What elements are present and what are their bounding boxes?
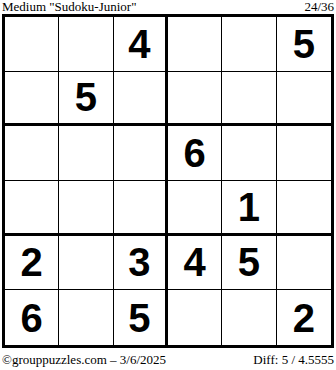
cell-r6c6[interactable]: 2 xyxy=(277,290,331,345)
cell-r4c4[interactable] xyxy=(168,181,222,236)
cell-r6c2[interactable] xyxy=(59,290,113,345)
difficulty-text: Diff: 5 / 4.5555 xyxy=(253,353,334,366)
cell-r1c4[interactable] xyxy=(168,17,222,72)
cell-r1c1[interactable] xyxy=(5,17,59,72)
cell-r3c6[interactable] xyxy=(277,126,331,181)
cell-r3c1[interactable] xyxy=(5,126,59,181)
cell-r1c2[interactable] xyxy=(59,17,113,72)
cell-r6c4[interactable] xyxy=(168,290,222,345)
cell-r2c1[interactable] xyxy=(5,72,59,127)
cell-r3c4[interactable]: 6 xyxy=(168,126,222,181)
puzzle-title: Medium "Sudoku-Junior" xyxy=(2,0,136,13)
cell-r1c3[interactable]: 4 xyxy=(114,17,168,72)
empty-cell-counter: 24/36 xyxy=(304,0,334,13)
cell-r5c2[interactable] xyxy=(59,236,113,291)
cell-r2c3[interactable] xyxy=(114,72,168,127)
cell-r2c4[interactable] xyxy=(168,72,222,127)
cell-r3c2[interactable] xyxy=(59,126,113,181)
cell-r2c6[interactable] xyxy=(277,72,331,127)
cell-r4c5[interactable]: 1 xyxy=(222,181,276,236)
cell-r4c3[interactable] xyxy=(114,181,168,236)
cell-r6c5[interactable] xyxy=(222,290,276,345)
cell-r2c5[interactable] xyxy=(222,72,276,127)
cell-r3c3[interactable] xyxy=(114,126,168,181)
cell-r5c6[interactable] xyxy=(277,236,331,291)
cell-r1c5[interactable] xyxy=(222,17,276,72)
cell-r5c3[interactable]: 3 xyxy=(114,236,168,291)
sudoku-grid: 455612345652 xyxy=(2,14,334,348)
cell-r4c2[interactable] xyxy=(59,181,113,236)
copyright-text: ©grouppuzzles.com – 3/6/2025 xyxy=(2,353,166,366)
puzzle-page: Medium "Sudoku-Junior" 24/36 45561234565… xyxy=(0,0,336,370)
cell-r6c3[interactable]: 5 xyxy=(114,290,168,345)
cell-r2c2[interactable]: 5 xyxy=(59,72,113,127)
cell-r5c1[interactable]: 2 xyxy=(5,236,59,291)
cell-r5c5[interactable]: 5 xyxy=(222,236,276,291)
cell-r1c6[interactable]: 5 xyxy=(277,17,331,72)
cell-r6c1[interactable]: 6 xyxy=(5,290,59,345)
cell-r3c5[interactable] xyxy=(222,126,276,181)
cell-r4c1[interactable] xyxy=(5,181,59,236)
cell-r4c6[interactable] xyxy=(277,181,331,236)
cell-r5c4[interactable]: 4 xyxy=(168,236,222,291)
